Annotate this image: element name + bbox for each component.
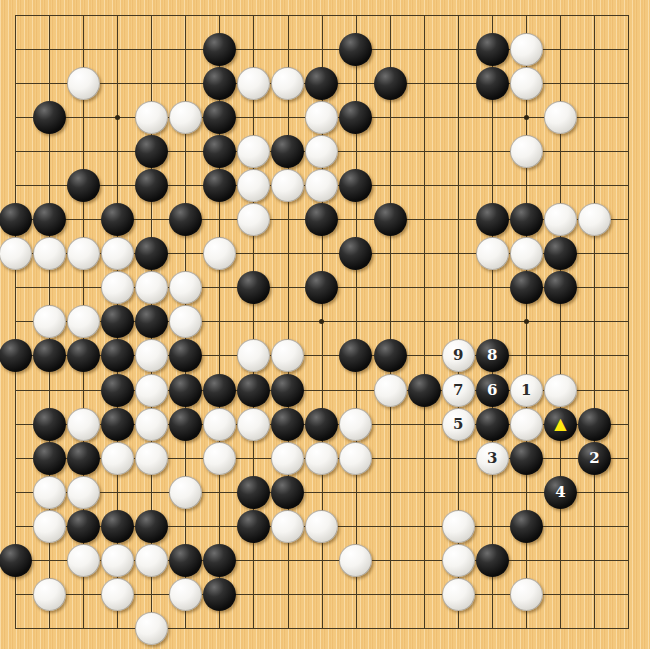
board-point[interactable]	[271, 475, 305, 509]
board-point[interactable]	[237, 441, 271, 475]
board-point[interactable]	[611, 305, 645, 339]
board-point[interactable]	[407, 407, 441, 441]
board-point[interactable]	[135, 305, 169, 339]
board-point[interactable]	[543, 237, 577, 271]
board-point[interactable]	[32, 441, 66, 475]
board-point[interactable]	[135, 509, 169, 543]
board-point[interactable]	[543, 135, 577, 169]
board-point[interactable]	[101, 135, 135, 169]
board-point[interactable]	[577, 339, 611, 373]
board-point[interactable]	[305, 169, 339, 203]
board-point[interactable]	[32, 373, 66, 407]
board-point[interactable]	[169, 407, 203, 441]
board-point[interactable]	[305, 441, 339, 475]
board-point[interactable]	[32, 135, 66, 169]
board-point[interactable]	[203, 373, 237, 407]
board-point[interactable]	[543, 543, 577, 577]
board-point[interactable]	[441, 203, 475, 237]
board-point[interactable]	[305, 611, 339, 645]
board-point[interactable]	[101, 543, 135, 577]
board-point[interactable]	[509, 611, 543, 645]
board-point[interactable]	[407, 237, 441, 271]
board-point[interactable]	[0, 441, 32, 475]
board-point[interactable]	[339, 509, 373, 543]
board-point[interactable]	[169, 509, 203, 543]
board-point[interactable]: 1	[509, 373, 543, 407]
board-point[interactable]	[509, 305, 543, 339]
board-point[interactable]	[203, 203, 237, 237]
board-point[interactable]	[475, 135, 509, 169]
board-point[interactable]	[32, 32, 66, 66]
board-point[interactable]	[0, 66, 32, 100]
board-point[interactable]	[611, 169, 645, 203]
board-point[interactable]	[475, 543, 509, 577]
board-point[interactable]	[577, 237, 611, 271]
board-point[interactable]	[101, 66, 135, 100]
board-point[interactable]	[475, 475, 509, 509]
board-point[interactable]	[101, 475, 135, 509]
board-point[interactable]	[203, 509, 237, 543]
board-point[interactable]	[407, 509, 441, 543]
board-point[interactable]	[441, 169, 475, 203]
board-point[interactable]	[577, 66, 611, 100]
board-point[interactable]	[101, 305, 135, 339]
board-point[interactable]	[0, 577, 32, 611]
board-point[interactable]	[577, 305, 611, 339]
board-point[interactable]	[237, 611, 271, 645]
board-point[interactable]	[509, 509, 543, 543]
board-point[interactable]	[305, 305, 339, 339]
board-point[interactable]	[339, 305, 373, 339]
board-point[interactable]	[0, 543, 32, 577]
board-point[interactable]	[509, 407, 543, 441]
board-point[interactable]	[475, 0, 509, 32]
board-point[interactable]	[577, 271, 611, 305]
board-point[interactable]	[169, 475, 203, 509]
board-point[interactable]	[577, 373, 611, 407]
board-point[interactable]	[203, 237, 237, 271]
board-point[interactable]	[305, 203, 339, 237]
board-point[interactable]	[169, 32, 203, 66]
board-point[interactable]	[407, 441, 441, 475]
board-point[interactable]	[543, 101, 577, 135]
board-point[interactable]	[577, 577, 611, 611]
board-point[interactable]	[135, 441, 169, 475]
board-point[interactable]	[0, 305, 32, 339]
board-point[interactable]	[237, 169, 271, 203]
board-point[interactable]	[339, 0, 373, 32]
board-point[interactable]	[373, 305, 407, 339]
board-point[interactable]	[169, 611, 203, 645]
board-point[interactable]	[611, 0, 645, 32]
board-point[interactable]	[611, 611, 645, 645]
board-point[interactable]	[407, 203, 441, 237]
board-point[interactable]	[611, 407, 645, 441]
board-point[interactable]	[441, 475, 475, 509]
board-point[interactable]	[237, 407, 271, 441]
board-point[interactable]	[271, 577, 305, 611]
board-point[interactable]	[135, 237, 169, 271]
board-point[interactable]	[169, 101, 203, 135]
board-point[interactable]	[441, 577, 475, 611]
board-point[interactable]	[509, 577, 543, 611]
board-point[interactable]	[203, 135, 237, 169]
board-point[interactable]	[577, 543, 611, 577]
board-point[interactable]	[0, 373, 32, 407]
board-point[interactable]	[305, 339, 339, 373]
board-point[interactable]	[373, 441, 407, 475]
board-point[interactable]	[66, 101, 100, 135]
board-point[interactable]	[611, 271, 645, 305]
board-point[interactable]	[339, 373, 373, 407]
board-point[interactable]	[475, 169, 509, 203]
board-point[interactable]	[237, 203, 271, 237]
board-point[interactable]	[305, 32, 339, 66]
board-point[interactable]	[441, 305, 475, 339]
board-point[interactable]	[135, 203, 169, 237]
board-point[interactable]	[66, 32, 100, 66]
board-point[interactable]	[509, 169, 543, 203]
board-point[interactable]: 2	[577, 441, 611, 475]
board-point[interactable]	[611, 32, 645, 66]
board-point[interactable]	[577, 475, 611, 509]
board-point[interactable]	[441, 271, 475, 305]
board-point[interactable]	[271, 543, 305, 577]
board-point[interactable]	[66, 441, 100, 475]
board-point[interactable]	[441, 66, 475, 100]
board-point[interactable]	[169, 271, 203, 305]
board-point[interactable]	[339, 237, 373, 271]
board-point[interactable]	[135, 543, 169, 577]
board-point[interactable]	[169, 441, 203, 475]
board-point[interactable]	[0, 169, 32, 203]
board-point[interactable]	[0, 611, 32, 645]
board-point[interactable]	[101, 407, 135, 441]
board-point[interactable]	[373, 475, 407, 509]
board-point[interactable]	[509, 203, 543, 237]
board-point[interactable]	[577, 407, 611, 441]
board-point[interactable]	[305, 135, 339, 169]
board-point[interactable]	[237, 32, 271, 66]
board-point[interactable]	[101, 169, 135, 203]
board-point[interactable]	[407, 0, 441, 32]
board-point[interactable]	[66, 475, 100, 509]
board-point[interactable]	[203, 475, 237, 509]
board-point[interactable]	[66, 66, 100, 100]
board-point[interactable]	[271, 135, 305, 169]
board-point[interactable]	[169, 237, 203, 271]
board-point[interactable]	[509, 475, 543, 509]
board-point[interactable]	[611, 101, 645, 135]
board-point[interactable]	[577, 0, 611, 32]
board-point[interactable]	[271, 101, 305, 135]
board-point[interactable]	[577, 101, 611, 135]
board-point[interactable]	[305, 373, 339, 407]
board-point[interactable]	[509, 271, 543, 305]
board-point[interactable]	[509, 66, 543, 100]
board-point[interactable]	[237, 135, 271, 169]
board-point[interactable]: 5	[441, 407, 475, 441]
board-point[interactable]	[543, 305, 577, 339]
board-point[interactable]	[66, 271, 100, 305]
board-point[interactable]	[373, 169, 407, 203]
board-point[interactable]	[339, 135, 373, 169]
board-point[interactable]	[339, 611, 373, 645]
board-point[interactable]	[66, 203, 100, 237]
board-point[interactable]	[509, 543, 543, 577]
board-point[interactable]	[407, 475, 441, 509]
board-point[interactable]	[66, 407, 100, 441]
board-point[interactable]	[373, 373, 407, 407]
board-point[interactable]	[237, 101, 271, 135]
board-point[interactable]	[0, 0, 32, 32]
board-point[interactable]	[135, 32, 169, 66]
board-point[interactable]	[101, 611, 135, 645]
board-point[interactable]	[32, 577, 66, 611]
board-point[interactable]	[66, 373, 100, 407]
board-point[interactable]	[237, 66, 271, 100]
board-point[interactable]	[169, 135, 203, 169]
board-point[interactable]	[407, 611, 441, 645]
board-point[interactable]	[271, 237, 305, 271]
board-point[interactable]	[169, 66, 203, 100]
board-point[interactable]	[66, 135, 100, 169]
board-point[interactable]	[32, 509, 66, 543]
board-point[interactable]	[543, 339, 577, 373]
board-point[interactable]	[0, 509, 32, 543]
board-point[interactable]	[0, 339, 32, 373]
board-point[interactable]	[0, 101, 32, 135]
board-point[interactable]	[135, 373, 169, 407]
board-point[interactable]	[169, 169, 203, 203]
board-point[interactable]	[135, 0, 169, 32]
board-point[interactable]	[339, 203, 373, 237]
board-point[interactable]	[339, 543, 373, 577]
board-point[interactable]	[339, 66, 373, 100]
board-point[interactable]	[101, 101, 135, 135]
board-point[interactable]	[66, 611, 100, 645]
board-point[interactable]	[271, 407, 305, 441]
board-point[interactable]	[475, 305, 509, 339]
board-point[interactable]	[237, 373, 271, 407]
board-point[interactable]	[237, 237, 271, 271]
board-point[interactable]	[475, 407, 509, 441]
board-point[interactable]	[509, 101, 543, 135]
board-point[interactable]	[237, 0, 271, 32]
board-point[interactable]	[271, 0, 305, 32]
board-point[interactable]	[543, 271, 577, 305]
board-point[interactable]	[305, 101, 339, 135]
board-point[interactable]	[373, 0, 407, 32]
board-point[interactable]	[339, 169, 373, 203]
board-point[interactable]	[135, 339, 169, 373]
board-point[interactable]	[271, 611, 305, 645]
board-point[interactable]	[475, 66, 509, 100]
board-point[interactable]	[66, 543, 100, 577]
board-point[interactable]	[0, 475, 32, 509]
board-point[interactable]	[203, 339, 237, 373]
board-point[interactable]	[373, 66, 407, 100]
board-point[interactable]	[135, 169, 169, 203]
board-point[interactable]	[407, 169, 441, 203]
board-point[interactable]	[237, 271, 271, 305]
board-point[interactable]	[66, 237, 100, 271]
board-point[interactable]	[611, 135, 645, 169]
board-point[interactable]	[339, 441, 373, 475]
board-point[interactable]	[577, 509, 611, 543]
board-point[interactable]	[543, 509, 577, 543]
board-point[interactable]	[66, 339, 100, 373]
board-point[interactable]	[407, 271, 441, 305]
board-point[interactable]	[271, 509, 305, 543]
board-point[interactable]	[577, 611, 611, 645]
board-point[interactable]	[32, 0, 66, 32]
board-point[interactable]	[203, 66, 237, 100]
board-point[interactable]: 4	[543, 475, 577, 509]
board-point[interactable]	[101, 373, 135, 407]
board-point[interactable]	[475, 577, 509, 611]
board-point[interactable]	[101, 32, 135, 66]
board-point[interactable]	[32, 203, 66, 237]
board-point[interactable]	[101, 0, 135, 32]
board-point[interactable]	[543, 373, 577, 407]
board-point[interactable]	[611, 373, 645, 407]
board-point[interactable]	[101, 577, 135, 611]
board-point[interactable]	[101, 441, 135, 475]
board-point[interactable]	[373, 237, 407, 271]
board-point[interactable]	[0, 203, 32, 237]
board-point[interactable]	[441, 611, 475, 645]
board-point[interactable]	[203, 271, 237, 305]
board-point[interactable]	[475, 237, 509, 271]
board-point[interactable]	[577, 135, 611, 169]
board-point[interactable]	[441, 135, 475, 169]
board-point[interactable]: 6	[475, 373, 509, 407]
board-point[interactable]	[611, 441, 645, 475]
board-point[interactable]	[339, 475, 373, 509]
board-point[interactable]	[543, 611, 577, 645]
board-point[interactable]	[66, 0, 100, 32]
board-point[interactable]	[101, 339, 135, 373]
board-point[interactable]	[169, 203, 203, 237]
board-point[interactable]	[101, 509, 135, 543]
board-point[interactable]	[237, 475, 271, 509]
board-point[interactable]	[237, 543, 271, 577]
board-point[interactable]	[203, 32, 237, 66]
board-point[interactable]	[305, 271, 339, 305]
board-point[interactable]	[407, 32, 441, 66]
board-point[interactable]	[509, 441, 543, 475]
board-point[interactable]	[611, 577, 645, 611]
board-point[interactable]	[611, 509, 645, 543]
board-point[interactable]	[611, 203, 645, 237]
board-point[interactable]	[509, 0, 543, 32]
board-point[interactable]	[611, 543, 645, 577]
board-point[interactable]: ▲	[543, 407, 577, 441]
board-point[interactable]: 9	[441, 339, 475, 373]
board-point[interactable]	[305, 0, 339, 32]
board-point[interactable]: 7	[441, 373, 475, 407]
board-point[interactable]	[339, 407, 373, 441]
board-point[interactable]	[373, 339, 407, 373]
board-point[interactable]	[577, 203, 611, 237]
board-point[interactable]	[305, 543, 339, 577]
board-point[interactable]	[509, 339, 543, 373]
board-point[interactable]	[407, 577, 441, 611]
board-point[interactable]	[169, 0, 203, 32]
board-point[interactable]	[0, 135, 32, 169]
board-point[interactable]	[135, 271, 169, 305]
board-point[interactable]	[373, 407, 407, 441]
board-point[interactable]	[32, 101, 66, 135]
board-point[interactable]: 8	[475, 339, 509, 373]
board-point[interactable]	[203, 305, 237, 339]
board-point[interactable]	[203, 577, 237, 611]
board-point[interactable]	[373, 203, 407, 237]
board-point[interactable]	[169, 305, 203, 339]
board-point[interactable]	[271, 441, 305, 475]
board-point[interactable]	[407, 135, 441, 169]
board-point[interactable]	[271, 339, 305, 373]
board-point[interactable]	[0, 407, 32, 441]
board-point[interactable]	[441, 32, 475, 66]
board-point[interactable]	[475, 32, 509, 66]
board-point[interactable]	[441, 543, 475, 577]
board-point[interactable]	[169, 543, 203, 577]
board-point[interactable]	[66, 169, 100, 203]
board-point[interactable]	[271, 271, 305, 305]
board-point[interactable]	[543, 441, 577, 475]
board-point[interactable]	[66, 305, 100, 339]
board-point[interactable]	[271, 373, 305, 407]
board-point[interactable]	[32, 407, 66, 441]
board-point[interactable]	[509, 32, 543, 66]
board-point[interactable]	[32, 237, 66, 271]
board-point[interactable]	[305, 577, 339, 611]
board-point[interactable]	[305, 237, 339, 271]
board-point[interactable]	[135, 475, 169, 509]
board-point[interactable]	[305, 509, 339, 543]
board-point[interactable]	[407, 66, 441, 100]
board-point[interactable]	[203, 101, 237, 135]
board-point[interactable]	[611, 66, 645, 100]
board-point[interactable]	[407, 373, 441, 407]
board-point[interactable]	[543, 169, 577, 203]
board-point[interactable]	[407, 339, 441, 373]
board-point[interactable]	[441, 0, 475, 32]
board-point[interactable]	[611, 475, 645, 509]
board-point[interactable]	[441, 101, 475, 135]
board-point[interactable]	[543, 577, 577, 611]
board-point[interactable]	[237, 339, 271, 373]
board-point[interactable]	[543, 203, 577, 237]
board-point[interactable]	[169, 339, 203, 373]
board-point[interactable]	[32, 66, 66, 100]
board-point[interactable]	[169, 373, 203, 407]
board-point[interactable]	[101, 203, 135, 237]
board-point[interactable]	[373, 135, 407, 169]
board-point[interactable]	[32, 271, 66, 305]
board-point[interactable]	[135, 407, 169, 441]
board-point[interactable]	[305, 475, 339, 509]
board-point[interactable]: 3	[475, 441, 509, 475]
board-point[interactable]	[475, 101, 509, 135]
board-point[interactable]	[475, 611, 509, 645]
board-point[interactable]	[135, 135, 169, 169]
board-point[interactable]	[441, 237, 475, 271]
board-point[interactable]	[543, 66, 577, 100]
board-point[interactable]	[271, 66, 305, 100]
